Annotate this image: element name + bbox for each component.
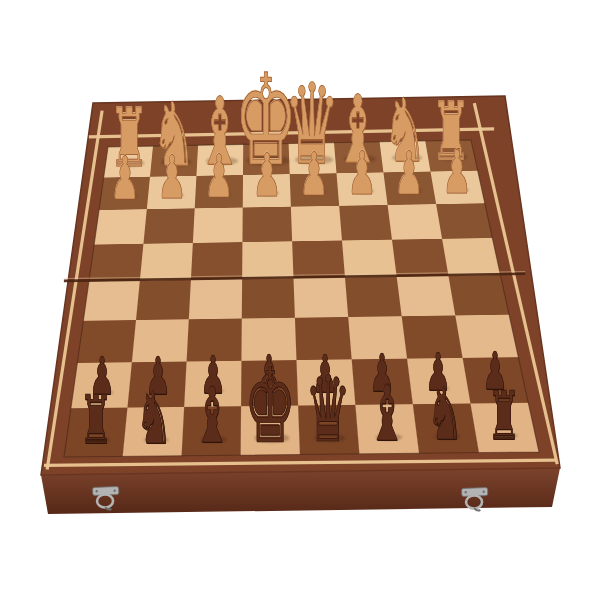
board-detail-layer xyxy=(0,0,600,600)
checker-outline xyxy=(64,140,539,457)
product-photo-stage: ♜♞♝♛♚♝♞♜♟♟♟♟♟♟♟♟♟♟♟♟♟♟♟♟♜♞♝♛♚♝♞♜ xyxy=(0,0,600,600)
